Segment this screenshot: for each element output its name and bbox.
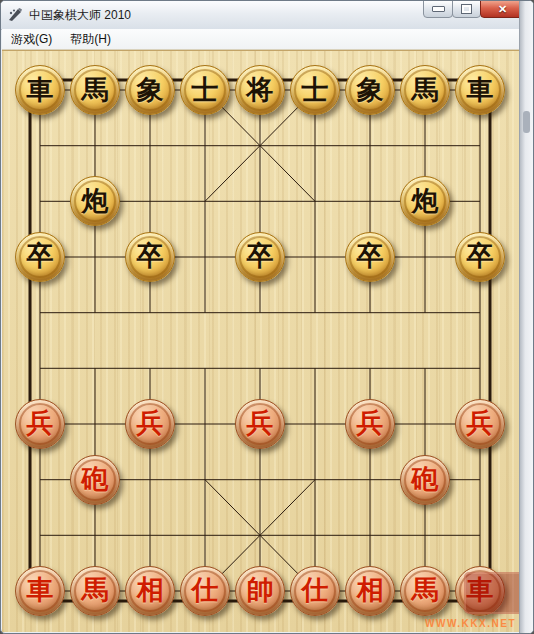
board-point[interactable] [288,340,343,396]
board-point[interactable]: 士 [178,62,233,118]
board-point[interactable] [13,118,68,174]
board-point[interactable] [68,340,123,396]
board-point[interactable] [288,507,343,563]
piece-rp[interactable]: 兵 [15,399,65,449]
board-point[interactable]: 馬 [68,62,123,118]
board-point[interactable]: 車 [453,62,508,118]
board-point[interactable] [68,396,123,452]
board-point[interactable]: 砲 [398,452,453,508]
board-point[interactable]: 馬 [68,563,123,619]
piece-bk[interactable]: 将 [235,65,285,115]
piece-glyph: 馬 [82,576,109,603]
board-point[interactable]: 兵 [343,396,398,452]
board-point[interactable]: 象 [343,62,398,118]
menu-bar: 游戏(G) 帮助(H) [2,29,532,50]
board-point[interactable] [233,507,288,563]
app-icon [8,7,23,22]
board-point[interactable] [123,174,178,230]
piece-glyph: 炮 [82,187,109,214]
piece-rp[interactable]: 兵 [455,399,505,449]
board-point[interactable] [13,340,68,396]
board-point[interactable] [68,229,123,285]
window-right-frame [519,1,533,633]
board-point[interactable] [398,507,453,563]
piece-rb[interactable]: 相 [125,566,175,616]
board-point[interactable]: 兵 [123,396,178,452]
piece-glyph: 砲 [82,465,109,492]
board-point[interactable] [398,396,453,452]
piece-glyph: 兵 [27,409,54,436]
window-title: 中国象棋大师 2010 [29,7,131,24]
board-point[interactable]: 卒 [13,229,68,285]
minimize-button[interactable] [423,0,453,18]
board-point[interactable] [13,285,68,341]
piece-glyph: 馬 [82,76,109,103]
piece-glyph: 車 [467,76,494,103]
board-point[interactable]: 士 [288,62,343,118]
piece-bc[interactable]: 炮 [70,176,120,226]
board-area: 車馬象士将士象馬車炮炮卒卒卒卒卒兵兵兵兵兵砲砲車馬相仕帥仕相馬車 WWW.KKX… [2,50,532,632]
board-point[interactable] [13,507,68,563]
piece-ra[interactable]: 仕 [290,566,340,616]
board-point[interactable] [288,285,343,341]
window-controls: ✕ [424,0,525,18]
piece-glyph: 砲 [412,465,439,492]
piece-glyph: 卒 [137,242,164,269]
board-point[interactable] [68,507,123,563]
piece-bn[interactable]: 馬 [400,65,450,115]
board-point[interactable]: 相 [343,563,398,619]
board-point[interactable] [178,174,233,230]
piece-glyph: 車 [27,576,54,603]
board-point[interactable]: 兵 [13,396,68,452]
piece-bp[interactable]: 卒 [345,232,395,282]
board-point[interactable]: 車 [13,563,68,619]
board-point[interactable] [343,507,398,563]
menu-item-help[interactable]: 帮助(H) [61,29,120,50]
piece-rc[interactable]: 砲 [70,455,120,505]
piece-br[interactable]: 車 [15,65,65,115]
board-point[interactable] [233,174,288,230]
board-point[interactable]: 炮 [68,174,123,230]
board-point[interactable] [343,118,398,174]
board-point[interactable] [13,452,68,508]
piece-glyph: 将 [247,76,274,103]
piece-glyph: 馬 [412,576,439,603]
piece-glyph: 卒 [357,242,384,269]
piece-glyph: 卒 [27,242,54,269]
piece-rn[interactable]: 馬 [70,566,120,616]
piece-rk[interactable]: 帥 [235,566,285,616]
piece-glyph: 相 [137,576,164,603]
board-point[interactable]: 相 [123,563,178,619]
piece-rb[interactable]: 相 [345,566,395,616]
board-point[interactable] [178,507,233,563]
board-point[interactable] [123,452,178,508]
title-bar: 中国象棋大师 2010 ✕ [1,1,533,30]
board-grid: 車馬象士将士象馬車炮炮卒卒卒卒卒兵兵兵兵兵砲砲車馬相仕帥仕相馬車 [13,62,508,619]
board-point[interactable] [123,340,178,396]
board-point[interactable] [453,118,508,174]
board-point[interactable] [123,285,178,341]
board-point[interactable] [398,285,453,341]
board-point[interactable]: 卒 [453,229,508,285]
piece-ra[interactable]: 仕 [180,566,230,616]
board-point[interactable] [288,229,343,285]
piece-glyph: 卒 [247,242,274,269]
piece-glyph: 士 [302,76,329,103]
piece-glyph: 兵 [467,409,494,436]
board-point[interactable]: 兵 [233,396,288,452]
piece-glyph: 帥 [247,576,274,603]
board-point[interactable]: 砲 [68,452,123,508]
board-point[interactable]: 卒 [123,229,178,285]
board-point[interactable] [233,118,288,174]
piece-rp[interactable]: 兵 [125,399,175,449]
board-point[interactable] [343,452,398,508]
piece-br[interactable]: 車 [455,65,505,115]
board-point[interactable] [453,285,508,341]
board-point[interactable] [178,118,233,174]
board-point[interactable]: 炮 [398,174,453,230]
board-point[interactable]: 象 [123,62,178,118]
piece-rn[interactable]: 馬 [400,566,450,616]
board-point[interactable] [68,118,123,174]
piece-bb[interactable]: 象 [345,65,395,115]
piece-glyph: 士 [192,76,219,103]
board-point[interactable] [178,340,233,396]
board-point[interactable] [178,285,233,341]
board-point[interactable] [233,340,288,396]
maximize-button[interactable] [452,0,481,18]
frame-notch [523,111,530,133]
piece-glyph: 仕 [192,576,219,603]
board-point[interactable]: 仕 [178,563,233,619]
board-point[interactable]: 卒 [343,229,398,285]
piece-glyph: 兵 [247,409,274,436]
board-point[interactable] [68,285,123,341]
board-point[interactable] [453,507,508,563]
piece-ba[interactable]: 士 [290,65,340,115]
app-window: 中国象棋大师 2010 ✕ 游戏(G) 帮助(H) [0,0,534,634]
watermark-text: WWW.KKX.NET [425,618,516,629]
board-point[interactable]: 馬 [398,62,453,118]
maximize-icon [462,5,471,13]
board-point[interactable] [343,340,398,396]
piece-rp[interactable]: 兵 [345,399,395,449]
board-point[interactable] [343,285,398,341]
board-point[interactable] [398,340,453,396]
board-point[interactable] [343,174,398,230]
board-point[interactable]: 仕 [288,563,343,619]
piece-bc[interactable]: 炮 [400,176,450,226]
piece-glyph: 兵 [137,409,164,436]
board-point[interactable]: 兵 [453,396,508,452]
board-point[interactable] [288,174,343,230]
board-point[interactable] [288,452,343,508]
board-point[interactable] [178,229,233,285]
piece-rc[interactable]: 砲 [400,455,450,505]
board-point[interactable] [178,452,233,508]
piece-rr[interactable]: 車 [15,566,65,616]
board-point[interactable] [13,174,68,230]
piece-bn[interactable]: 馬 [70,65,120,115]
board-point[interactable]: 卒 [233,229,288,285]
board-point[interactable] [398,229,453,285]
board-point[interactable]: 車 [13,62,68,118]
piece-ba[interactable]: 士 [180,65,230,115]
piece-bb[interactable]: 象 [125,65,175,115]
board-point[interactable] [453,452,508,508]
piece-glyph: 象 [137,76,164,103]
board-point[interactable]: 将 [233,62,288,118]
piece-glyph: 兵 [357,409,384,436]
minimize-icon [432,6,445,12]
board-point[interactable] [453,174,508,230]
board-point[interactable] [233,285,288,341]
board-point[interactable]: 馬 [398,563,453,619]
board-point[interactable] [398,118,453,174]
piece-bp[interactable]: 卒 [455,232,505,282]
board-point[interactable] [453,340,508,396]
piece-glyph: 相 [357,576,384,603]
board-point[interactable] [288,396,343,452]
piece-glyph: 馬 [412,76,439,103]
board-point[interactable] [178,396,233,452]
piece-glyph: 象 [357,76,384,103]
board-point[interactable] [123,507,178,563]
piece-glyph: 仕 [302,576,329,603]
board-point[interactable]: 帥 [233,563,288,619]
board-point[interactable] [288,118,343,174]
piece-bp[interactable]: 卒 [125,232,175,282]
piece-rp[interactable]: 兵 [235,399,285,449]
piece-bp[interactable]: 卒 [235,232,285,282]
piece-glyph: 卒 [467,242,494,269]
piece-bp[interactable]: 卒 [15,232,65,282]
close-icon: ✕ [498,4,507,15]
menu-item-game[interactable]: 游戏(G) [2,29,61,50]
board-point[interactable] [123,118,178,174]
piece-glyph: 炮 [412,187,439,214]
board-point[interactable] [233,452,288,508]
piece-glyph: 車 [27,76,54,103]
